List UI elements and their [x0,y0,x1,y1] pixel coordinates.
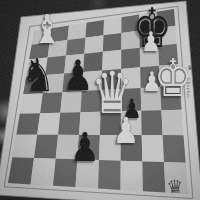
square-h7 [157,26,176,46]
chess-board [0,0,200,200]
square-d1 [76,159,100,188]
square-d5 [82,70,102,91]
square-e6 [102,50,121,71]
square-h6 [158,44,178,66]
square-e7 [103,33,122,52]
square-c5 [62,72,83,92]
square-e5 [102,69,122,90]
square-d3 [79,112,101,135]
square-d4 [81,90,102,112]
square-d2 [77,135,100,160]
square-g2 [142,135,164,162]
square-d7 [84,35,103,53]
square-e4 [101,89,121,112]
square-e1 [98,160,121,190]
square-h3 [161,110,183,135]
square-g3 [141,110,162,135]
square-b3 [37,113,60,135]
square-b6 [45,56,66,75]
square-c2 [56,135,79,160]
square-g4 [141,87,162,111]
square-b4 [40,92,62,113]
square-a3 [16,113,40,134]
square-h5 [159,64,180,87]
corner-crown-medallion-icon: ♛ [166,175,185,198]
chessboard-photo: ♝♚♟♞♟♟♚♛♟♟♟ ♛ Checker ♛ [0,0,200,200]
square-d8 [86,20,105,38]
square-e8 [104,17,122,35]
square-b2 [34,135,58,159]
square-g7 [139,28,158,48]
square-e3 [100,111,121,135]
square-a5 [23,75,45,94]
square-f3 [121,111,142,135]
square-a1 [8,157,34,184]
square-c3 [58,112,80,135]
square-g8 [139,12,157,31]
square-b1 [31,158,56,186]
square-a7 [29,43,49,60]
square-f2 [121,135,143,161]
square-b7 [48,40,68,58]
square-c4 [60,91,82,113]
square-a2 [12,135,37,158]
square-g1 [142,161,165,192]
square-f5 [121,67,141,89]
square-a4 [20,93,43,114]
square-h2 [163,135,186,163]
square-c1 [53,159,77,187]
square-a6 [26,58,47,77]
square-f8 [121,15,139,34]
brand-emblem-icon: ♛ [187,64,194,72]
square-c7 [66,38,86,56]
square-f1 [121,161,144,192]
square-g6 [140,46,159,68]
square-g5 [140,66,160,88]
square-c6 [64,54,84,74]
square-b5 [43,73,64,93]
square-c8 [68,23,87,40]
square-f7 [121,31,140,50]
square-d6 [83,52,103,72]
square-f6 [121,48,140,69]
square-e2 [99,135,121,161]
square-h8 [157,9,176,28]
square-h4 [160,86,181,110]
square-f4 [121,88,141,111]
